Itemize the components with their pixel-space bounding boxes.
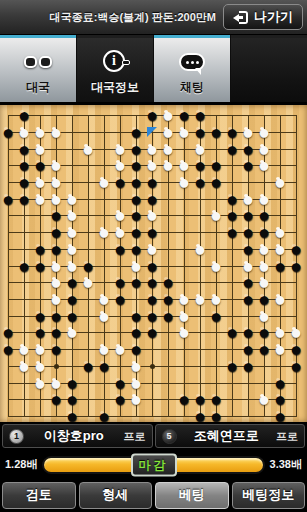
hoshi-point bbox=[54, 364, 59, 369]
exit-door-icon bbox=[233, 11, 248, 24]
black-stone: ● bbox=[192, 408, 208, 424]
tab-game-label: 대국 bbox=[26, 79, 50, 96]
white-stone: ● bbox=[176, 124, 192, 140]
black-stone: ● bbox=[48, 391, 64, 407]
white-stone: ● bbox=[64, 324, 80, 340]
black-stone: ● bbox=[0, 191, 16, 207]
last-move-marker bbox=[147, 127, 157, 137]
tab-chat-label: 채팅 bbox=[180, 79, 204, 96]
black-stone: ● bbox=[64, 408, 80, 424]
black-stone: ● bbox=[224, 358, 240, 374]
white-stone: ● bbox=[96, 308, 112, 324]
review-button-label: 검토 bbox=[26, 486, 52, 504]
black-stone: ● bbox=[112, 241, 128, 257]
black-stone: ● bbox=[112, 174, 128, 190]
betting-bar: 1.28배 마감 3.38배 bbox=[0, 450, 307, 478]
black-stone: ● bbox=[208, 174, 224, 190]
betting-info-button[interactable]: 베팅정보 bbox=[232, 482, 306, 509]
black-stone: ● bbox=[208, 308, 224, 324]
black-stone: ● bbox=[208, 408, 224, 424]
fists-icon bbox=[24, 49, 52, 75]
betting-gauge[interactable]: 마감 bbox=[42, 456, 264, 474]
exit-button-label: 나가기 bbox=[254, 8, 293, 26]
tab-bar-filler bbox=[231, 35, 307, 102]
white-stone: ● bbox=[176, 324, 192, 340]
board-area: ●●●●●●●●●●●●●●●●●●●●●●●●●●●●●●●●●●●●●●●●… bbox=[0, 102, 307, 422]
game-result-status: 대국종료:백승(불계) 판돈:200만M bbox=[50, 10, 216, 25]
black-stone: ● bbox=[16, 191, 32, 207]
white-stone: ● bbox=[128, 391, 144, 407]
black-stone: ● bbox=[0, 341, 16, 357]
black-stone: ● bbox=[160, 308, 176, 324]
info-magnifier-icon: i bbox=[102, 49, 128, 75]
white-stone: ● bbox=[112, 341, 128, 357]
black-stone: ● bbox=[112, 391, 128, 407]
tab-game-info-label: 대국정보 bbox=[91, 79, 139, 96]
white-stone: ● bbox=[272, 174, 288, 190]
black-stone: ● bbox=[240, 157, 256, 173]
white-stone: ● bbox=[32, 191, 48, 207]
review-button[interactable]: 검토 bbox=[2, 482, 76, 509]
black-stone: ● bbox=[224, 224, 240, 240]
chat-bubble-icon bbox=[179, 49, 205, 75]
black-stone: ● bbox=[144, 107, 160, 123]
player2-title: 프로 bbox=[276, 429, 298, 444]
tab-chat[interactable]: 채팅 bbox=[154, 35, 230, 102]
player1-name: 이창호pro bbox=[30, 427, 118, 445]
white-stone: ● bbox=[272, 341, 288, 357]
black-stone: ● bbox=[112, 291, 128, 307]
black-stone: ● bbox=[96, 408, 112, 424]
betting-button-label: 베팅 bbox=[179, 486, 205, 504]
black-stone: ● bbox=[240, 291, 256, 307]
player-panel-black[interactable]: 1 이창호pro 프로 bbox=[2, 424, 153, 448]
white-stone: ● bbox=[272, 291, 288, 307]
black-stone: ● bbox=[48, 341, 64, 357]
white-stone: ● bbox=[256, 391, 272, 407]
black-stone: ● bbox=[144, 324, 160, 340]
hoshi-point bbox=[150, 364, 155, 369]
black-stone: ● bbox=[224, 324, 240, 340]
white-stone: ● bbox=[192, 291, 208, 307]
black-stone: ● bbox=[272, 408, 288, 424]
black-stone: ● bbox=[272, 258, 288, 274]
go-board[interactable]: ●●●●●●●●●●●●●●●●●●●●●●●●●●●●●●●●●●●●●●●●… bbox=[0, 105, 307, 422]
black-stone: ● bbox=[80, 358, 96, 374]
betting-info-button-label: 베팅정보 bbox=[242, 486, 294, 504]
white-stone: ● bbox=[80, 274, 96, 290]
white-stone: ● bbox=[208, 258, 224, 274]
black-stone: ● bbox=[288, 258, 304, 274]
tab-game-info[interactable]: i 대국정보 bbox=[77, 35, 153, 102]
white-stone: ● bbox=[256, 157, 272, 173]
black-stone: ● bbox=[256, 341, 272, 357]
white-stone: ● bbox=[192, 241, 208, 257]
white-stone: ● bbox=[48, 124, 64, 140]
black-stone: ● bbox=[96, 358, 112, 374]
player-panel-white[interactable]: 5 조혜연프로 프로 bbox=[155, 424, 306, 448]
white-stone: ● bbox=[16, 358, 32, 374]
left-odds: 1.28배 bbox=[5, 457, 37, 472]
exit-button[interactable]: 나가기 bbox=[223, 4, 303, 30]
black-stone: ● bbox=[0, 124, 16, 140]
tab-bar: 대국 i 대국정보 채팅 bbox=[0, 35, 307, 102]
black-stone: ● bbox=[128, 274, 144, 290]
white-stone: ● bbox=[160, 157, 176, 173]
black-stone: ● bbox=[16, 258, 32, 274]
black-stone: ● bbox=[176, 391, 192, 407]
black-stone: ● bbox=[192, 174, 208, 190]
betting-closed-button[interactable]: 마감 bbox=[131, 453, 177, 476]
black-stone: ● bbox=[224, 141, 240, 157]
black-stone: ● bbox=[240, 358, 256, 374]
territory-button-label: 형세 bbox=[102, 486, 128, 504]
player-bar: 1 이창호pro 프로 5 조혜연프로 프로 bbox=[0, 422, 307, 450]
white-stone: ● bbox=[32, 375, 48, 391]
right-odds: 3.38배 bbox=[270, 457, 302, 472]
betting-button[interactable]: 베팅 bbox=[155, 482, 229, 509]
white-stone: ● bbox=[208, 207, 224, 223]
player1-title: 프로 bbox=[124, 429, 146, 444]
go-game-app: 대국종료:백승(불계) 판돈:200만M 나가기 대국 i 대국정보 채팅 bbox=[0, 0, 307, 512]
player1-rank-badge: 1 bbox=[9, 429, 24, 444]
territory-button[interactable]: 형세 bbox=[79, 482, 153, 509]
black-stone: ● bbox=[208, 124, 224, 140]
bottom-button-row: 검토 형세 베팅 베팅정보 bbox=[0, 479, 307, 512]
white-stone: ● bbox=[96, 174, 112, 190]
white-stone: ● bbox=[96, 224, 112, 240]
player2-name: 조혜연프로 bbox=[183, 427, 271, 445]
top-status-bar: 대국종료:백승(불계) 판돈:200만M 나가기 bbox=[0, 0, 307, 35]
white-stone: ● bbox=[176, 174, 192, 190]
player2-rank-badge: 5 bbox=[162, 429, 177, 444]
white-stone: ● bbox=[80, 141, 96, 157]
black-stone: ● bbox=[288, 358, 304, 374]
black-stone: ● bbox=[32, 258, 48, 274]
board-grid-line bbox=[8, 416, 297, 417]
tab-game[interactable]: 대국 bbox=[0, 35, 76, 102]
